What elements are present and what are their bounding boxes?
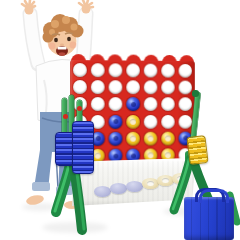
blue-disc [109, 132, 123, 146]
red-knob [77, 106, 82, 111]
empty-hole [126, 80, 140, 94]
cell-r1c5 [142, 62, 159, 79]
empty-hole [109, 97, 123, 111]
empty-hole [144, 80, 158, 94]
empty-hole [109, 63, 123, 77]
tray-disc-lavender [126, 181, 143, 192]
blue-disc-stack [72, 121, 94, 174]
cell-r1c4 [124, 61, 142, 78]
cell-r2c5 [142, 79, 159, 96]
yellow-disc [126, 115, 140, 129]
empty-hole [73, 63, 87, 77]
tray-disc-lavender [110, 183, 127, 194]
cell-r2c4 [124, 79, 142, 96]
carry-bag [184, 197, 234, 240]
cell-r1c3 [107, 61, 125, 78]
cell-r4c4 [124, 113, 142, 130]
empty-hole [109, 80, 123, 94]
cell-r3c4 [124, 96, 142, 113]
yellow-disc [126, 132, 140, 146]
yellow-disc [144, 132, 158, 146]
cell-r1c6 [159, 62, 176, 79]
empty-hole [144, 63, 158, 77]
empty-hole [179, 64, 192, 78]
frame-post-cap [192, 90, 199, 97]
cell-r1c1 [71, 61, 89, 78]
empty-hole [144, 98, 158, 112]
empty-hole [91, 63, 105, 77]
cell-r5c4 [124, 130, 142, 147]
red-knob [63, 114, 68, 119]
product-image[interactable] [0, 0, 240, 240]
empty-hole [144, 115, 158, 129]
empty-hole [126, 63, 140, 77]
cell-r1c7 [177, 62, 194, 79]
yellow-disc-stack [186, 135, 208, 165]
empty-hole [161, 63, 174, 77]
blue-disc [126, 97, 140, 111]
blue-disc [109, 115, 123, 129]
cell-r1c2 [89, 61, 107, 78]
bag-handle [199, 189, 229, 203]
cell-r4c5 [142, 113, 159, 130]
cell-r5c5 [142, 130, 159, 147]
cell-r3c5 [142, 96, 159, 113]
